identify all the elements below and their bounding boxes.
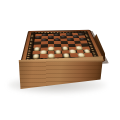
- checkers-box-scene: [0, 0, 120, 120]
- light-piece[interactable]: [48, 54, 54, 59]
- light-piece[interactable]: [32, 54, 39, 59]
- light-piece[interactable]: [63, 53, 70, 58]
- square-h1[interactable]: [84, 53, 93, 57]
- board-grid: [30, 33, 94, 59]
- square-c1[interactable]: [47, 54, 55, 58]
- square-b1[interactable]: [39, 54, 47, 58]
